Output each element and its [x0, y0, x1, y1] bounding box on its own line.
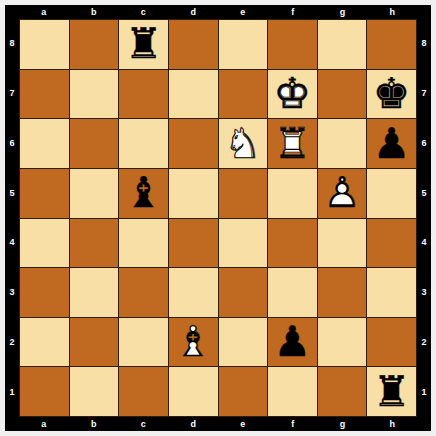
- square-d4[interactable]: [169, 219, 218, 268]
- file-label-c: c: [119, 417, 169, 431]
- black-piece-glyph: ♜: [119, 20, 168, 69]
- square-e8[interactable]: [219, 20, 268, 69]
- rank-label-6: 6: [5, 119, 19, 169]
- file-labels-top: abcdefgh: [19, 5, 417, 19]
- rank-label-2: 2: [5, 318, 19, 368]
- file-label-b: b: [69, 417, 119, 431]
- square-c7[interactable]: [119, 70, 168, 119]
- square-f7[interactable]: ♚♔: [268, 70, 317, 119]
- square-a3[interactable]: [20, 268, 69, 317]
- square-b1[interactable]: [70, 367, 119, 416]
- rank-label-1: 1: [5, 367, 19, 417]
- white-piece-outline-glyph: ♖: [268, 119, 317, 168]
- square-d7[interactable]: [169, 70, 218, 119]
- square-e5[interactable]: [219, 169, 268, 218]
- square-f8[interactable]: [268, 20, 317, 69]
- square-c1[interactable]: [119, 367, 168, 416]
- white-piece-outline-glyph: ♔: [268, 70, 317, 119]
- black-piece-glyph: ♚: [367, 70, 416, 119]
- piece-white-pawn[interactable]: ♟♙: [318, 169, 367, 218]
- file-label-a: a: [19, 5, 69, 19]
- rank-label-1: 1: [417, 367, 431, 417]
- square-g1[interactable]: [318, 367, 367, 416]
- black-piece-glyph: ♟: [268, 318, 317, 367]
- file-label-h: h: [367, 417, 417, 431]
- square-h7[interactable]: ♚: [367, 70, 416, 119]
- file-label-a: a: [19, 417, 69, 431]
- file-label-b: b: [69, 5, 119, 19]
- piece-white-knight[interactable]: ♞♘: [219, 119, 268, 168]
- square-a7[interactable]: [20, 70, 69, 119]
- rank-label-2: 2: [417, 318, 431, 368]
- rank-label-7: 7: [5, 69, 19, 119]
- square-c4[interactable]: [119, 219, 168, 268]
- white-piece-outline-glyph: ♙: [318, 169, 367, 218]
- square-d5[interactable]: [169, 169, 218, 218]
- piece-white-bishop[interactable]: ♝♗: [169, 318, 218, 367]
- square-c5[interactable]: ♝: [119, 169, 168, 218]
- square-a4[interactable]: [20, 219, 69, 268]
- square-b2[interactable]: [70, 318, 119, 367]
- file-label-f: f: [268, 417, 318, 431]
- square-d6[interactable]: [169, 119, 218, 168]
- piece-white-rook[interactable]: ♜♖: [268, 119, 317, 168]
- file-label-d: d: [168, 5, 218, 19]
- file-label-g: g: [318, 5, 368, 19]
- square-g2[interactable]: [318, 318, 367, 367]
- piece-black-pawn[interactable]: ♟: [268, 318, 317, 367]
- square-a6[interactable]: [20, 119, 69, 168]
- square-b8[interactable]: [70, 20, 119, 69]
- square-f2[interactable]: ♟: [268, 318, 317, 367]
- square-e4[interactable]: [219, 219, 268, 268]
- square-h4[interactable]: [367, 219, 416, 268]
- square-a2[interactable]: [20, 318, 69, 367]
- square-g8[interactable]: [318, 20, 367, 69]
- square-e1[interactable]: [219, 367, 268, 416]
- rank-label-6: 6: [417, 119, 431, 169]
- square-g3[interactable]: [318, 268, 367, 317]
- white-piece-outline-glyph: ♘: [219, 119, 268, 168]
- square-b5[interactable]: [70, 169, 119, 218]
- square-f6[interactable]: ♜♖: [268, 119, 317, 168]
- square-f4[interactable]: [268, 219, 317, 268]
- square-b4[interactable]: [70, 219, 119, 268]
- white-piece-outline-glyph: ♗: [169, 318, 218, 367]
- page: abcdefgh abcdefgh 87654321 87654321 ♜♚♔♚…: [0, 0, 436, 436]
- rank-label-3: 3: [5, 268, 19, 318]
- square-e6[interactable]: ♞♘: [219, 119, 268, 168]
- square-d2[interactable]: ♝♗: [169, 318, 218, 367]
- square-h8[interactable]: [367, 20, 416, 69]
- file-label-e: e: [218, 5, 268, 19]
- piece-black-king[interactable]: ♚: [367, 70, 416, 119]
- square-c6[interactable]: [119, 119, 168, 168]
- square-b3[interactable]: [70, 268, 119, 317]
- square-d3[interactable]: [169, 268, 218, 317]
- square-c3[interactable]: [119, 268, 168, 317]
- file-label-f: f: [268, 5, 318, 19]
- piece-black-pawn[interactable]: ♟: [367, 119, 416, 168]
- square-h5[interactable]: [367, 169, 416, 218]
- rank-label-8: 8: [417, 19, 431, 69]
- piece-black-rook[interactable]: ♜: [367, 367, 416, 416]
- square-e7[interactable]: [219, 70, 268, 119]
- piece-black-bishop[interactable]: ♝: [119, 169, 168, 218]
- square-c2[interactable]: [119, 318, 168, 367]
- rank-label-4: 4: [5, 218, 19, 268]
- rank-label-5: 5: [5, 168, 19, 218]
- file-label-c: c: [119, 5, 169, 19]
- file-labels-bottom: abcdefgh: [19, 417, 417, 431]
- file-label-h: h: [367, 5, 417, 19]
- rank-labels-left: 87654321: [5, 19, 19, 417]
- square-g4[interactable]: [318, 219, 367, 268]
- rank-label-4: 4: [417, 218, 431, 268]
- file-label-e: e: [218, 417, 268, 431]
- piece-white-king[interactable]: ♚♔: [268, 70, 317, 119]
- black-piece-glyph: ♟: [367, 119, 416, 168]
- rank-labels-right: 87654321: [417, 19, 431, 417]
- rank-label-5: 5: [417, 168, 431, 218]
- square-a1[interactable]: [20, 367, 69, 416]
- square-h2[interactable]: [367, 318, 416, 367]
- piece-black-rook[interactable]: ♜: [119, 20, 168, 69]
- square-b6[interactable]: [70, 119, 119, 168]
- square-h6[interactable]: ♟: [367, 119, 416, 168]
- square-h1[interactable]: ♜: [367, 367, 416, 416]
- chess-board-frame: abcdefgh abcdefgh 87654321 87654321 ♜♚♔♚…: [5, 5, 431, 431]
- rank-label-8: 8: [5, 19, 19, 69]
- square-f5[interactable]: [268, 169, 317, 218]
- rank-label-3: 3: [417, 268, 431, 318]
- square-e3[interactable]: [219, 268, 268, 317]
- square-f3[interactable]: [268, 268, 317, 317]
- square-d1[interactable]: [169, 367, 218, 416]
- black-piece-glyph: ♝: [119, 169, 168, 218]
- square-g5[interactable]: ♟♙: [318, 169, 367, 218]
- square-e2[interactable]: [219, 318, 268, 367]
- square-b7[interactable]: [70, 70, 119, 119]
- square-c8[interactable]: ♜: [119, 20, 168, 69]
- square-h3[interactable]: [367, 268, 416, 317]
- chess-board: ♜♚♔♚♞♘♜♖♟♝♟♙♝♗♟♜: [19, 19, 417, 417]
- square-d8[interactable]: [169, 20, 218, 69]
- rank-label-7: 7: [417, 69, 431, 119]
- square-a5[interactable]: [20, 169, 69, 218]
- square-f1[interactable]: [268, 367, 317, 416]
- black-piece-glyph: ♜: [367, 367, 416, 416]
- square-g6[interactable]: [318, 119, 367, 168]
- file-label-g: g: [318, 417, 368, 431]
- square-g7[interactable]: [318, 70, 367, 119]
- file-label-d: d: [168, 417, 218, 431]
- square-a8[interactable]: [20, 20, 69, 69]
